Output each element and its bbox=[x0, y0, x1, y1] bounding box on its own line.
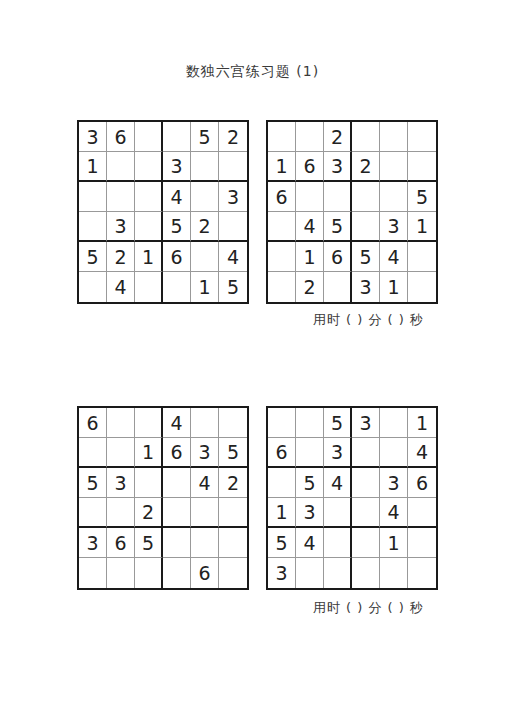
empty-cell-r1c2[interactable] bbox=[107, 408, 135, 438]
empty-cell-r3c4[interactable] bbox=[163, 468, 191, 498]
given-digit-r2c1: 1 bbox=[79, 152, 107, 182]
empty-cell-r3c5[interactable] bbox=[191, 182, 219, 212]
empty-cell-r1c6[interactable] bbox=[408, 122, 436, 152]
given-digit-r2c1: 6 bbox=[268, 438, 296, 468]
empty-cell-r2c2[interactable] bbox=[107, 438, 135, 468]
empty-cell-r1c4[interactable] bbox=[352, 122, 380, 152]
given-digit-r2c4: 2 bbox=[352, 152, 380, 182]
given-digit-r6c2: 2 bbox=[296, 272, 324, 302]
given-digit-r5c1: 5 bbox=[79, 242, 107, 272]
given-digit-r2c3: 1 bbox=[135, 438, 163, 468]
given-digit-r5c3: 5 bbox=[135, 528, 163, 558]
empty-cell-r1c2[interactable] bbox=[296, 122, 324, 152]
given-digit-r6c5: 1 bbox=[380, 272, 408, 302]
empty-cell-r4c4[interactable] bbox=[352, 498, 380, 528]
empty-cell-r6c6[interactable] bbox=[408, 272, 436, 302]
given-digit-r4c6: 1 bbox=[408, 212, 436, 242]
empty-cell-r2c2[interactable] bbox=[296, 438, 324, 468]
given-digit-r5c4: 5 bbox=[352, 242, 380, 272]
given-digit-r2c3: 3 bbox=[324, 438, 352, 468]
empty-cell-r6c4[interactable] bbox=[163, 558, 191, 588]
empty-cell-r6c2[interactable] bbox=[296, 558, 324, 588]
empty-cell-r1c3[interactable] bbox=[135, 122, 163, 152]
given-digit-r3c1: 6 bbox=[268, 182, 296, 212]
given-digit-r5c5: 1 bbox=[380, 528, 408, 558]
given-digit-r5c4: 6 bbox=[163, 242, 191, 272]
empty-cell-r2c6[interactable] bbox=[408, 152, 436, 182]
empty-cell-r3c4[interactable] bbox=[352, 468, 380, 498]
given-digit-r4c2: 3 bbox=[296, 498, 324, 528]
empty-cell-r4c3[interactable] bbox=[135, 212, 163, 242]
empty-cell-r3c1[interactable] bbox=[268, 468, 296, 498]
given-digit-r1c1: 6 bbox=[79, 408, 107, 438]
empty-cell-r6c6[interactable] bbox=[219, 558, 247, 588]
given-digit-r3c2: 3 bbox=[107, 468, 135, 498]
empty-cell-r3c5[interactable] bbox=[380, 182, 408, 212]
given-digit-r3c4: 4 bbox=[163, 182, 191, 212]
given-digit-r4c5: 4 bbox=[380, 498, 408, 528]
given-digit-r5c2: 1 bbox=[296, 242, 324, 272]
given-digit-r3c5: 4 bbox=[191, 468, 219, 498]
empty-cell-r6c1[interactable] bbox=[79, 272, 107, 302]
empty-cell-r6c3[interactable] bbox=[324, 558, 352, 588]
empty-cell-r6c4[interactable] bbox=[352, 558, 380, 588]
empty-cell-r4c2[interactable] bbox=[107, 498, 135, 528]
given-digit-r6c1: 3 bbox=[268, 558, 296, 588]
empty-cell-r4c6[interactable] bbox=[219, 212, 247, 242]
given-digit-r1c4: 3 bbox=[352, 408, 380, 438]
given-digit-r4c5: 2 bbox=[191, 212, 219, 242]
given-digit-r5c3: 6 bbox=[324, 242, 352, 272]
given-digit-r3c6: 6 bbox=[408, 468, 436, 498]
empty-cell-r2c1[interactable] bbox=[79, 438, 107, 468]
given-digit-r1c5: 5 bbox=[191, 122, 219, 152]
given-digit-r5c2: 6 bbox=[107, 528, 135, 558]
empty-cell-r4c1[interactable] bbox=[268, 212, 296, 242]
empty-cell-r5c6[interactable] bbox=[408, 242, 436, 272]
empty-cell-r3c3[interactable] bbox=[135, 468, 163, 498]
given-digit-r6c2: 4 bbox=[107, 272, 135, 302]
sudoku-grid-4: 53163454361345413 bbox=[266, 406, 438, 590]
empty-cell-r4c4[interactable] bbox=[163, 498, 191, 528]
given-digit-r2c1: 1 bbox=[268, 152, 296, 182]
given-digit-r2c2: 6 bbox=[296, 152, 324, 182]
given-digit-r5c1: 5 bbox=[268, 528, 296, 558]
empty-cell-r6c3[interactable] bbox=[324, 272, 352, 302]
given-digit-r5c1: 3 bbox=[79, 528, 107, 558]
empty-cell-r4c3[interactable] bbox=[324, 498, 352, 528]
sudoku-grid-1: 3652134335252164415 bbox=[77, 120, 249, 304]
empty-cell-r1c5[interactable] bbox=[380, 408, 408, 438]
empty-cell-r1c5[interactable] bbox=[380, 122, 408, 152]
given-digit-r3c3: 4 bbox=[324, 468, 352, 498]
given-digit-r5c5: 4 bbox=[380, 242, 408, 272]
empty-cell-r1c1[interactable] bbox=[268, 122, 296, 152]
empty-cell-r5c4[interactable] bbox=[352, 528, 380, 558]
empty-cell-r1c6[interactable] bbox=[219, 408, 247, 438]
empty-cell-r2c3[interactable] bbox=[135, 152, 163, 182]
given-digit-r2c4: 3 bbox=[163, 152, 191, 182]
empty-cell-r5c6[interactable] bbox=[408, 528, 436, 558]
given-digit-r1c3: 2 bbox=[324, 122, 352, 152]
given-digit-r1c4: 4 bbox=[163, 408, 191, 438]
empty-cell-r4c4[interactable] bbox=[352, 212, 380, 242]
time-used-label-bottom: 用时 ( ) 分 ( ) 秒 bbox=[266, 599, 438, 617]
empty-cell-r5c1[interactable] bbox=[268, 242, 296, 272]
empty-cell-r1c3[interactable] bbox=[135, 408, 163, 438]
given-digit-r2c5: 3 bbox=[191, 438, 219, 468]
given-digit-r4c3: 2 bbox=[135, 498, 163, 528]
empty-cell-r5c5[interactable] bbox=[191, 242, 219, 272]
given-digit-r4c1: 1 bbox=[268, 498, 296, 528]
given-digit-r6c5: 6 bbox=[191, 558, 219, 588]
given-digit-r2c6: 4 bbox=[408, 438, 436, 468]
given-digit-r4c5: 3 bbox=[380, 212, 408, 242]
empty-cell-r6c6[interactable] bbox=[408, 558, 436, 588]
given-digit-r5c2: 2 bbox=[107, 242, 135, 272]
given-digit-r5c3: 1 bbox=[135, 242, 163, 272]
empty-cell-r4c1[interactable] bbox=[79, 212, 107, 242]
empty-cell-r5c4[interactable] bbox=[163, 528, 191, 558]
given-digit-r3c1: 5 bbox=[79, 468, 107, 498]
empty-cell-r3c3[interactable] bbox=[135, 182, 163, 212]
given-digit-r3c6: 2 bbox=[219, 468, 247, 498]
empty-cell-r3c4[interactable] bbox=[352, 182, 380, 212]
given-digit-r4c3: 5 bbox=[324, 212, 352, 242]
given-digit-r3c6: 3 bbox=[219, 182, 247, 212]
given-digit-r3c6: 5 bbox=[408, 182, 436, 212]
empty-cell-r2c2[interactable] bbox=[107, 152, 135, 182]
empty-cell-r6c3[interactable] bbox=[135, 272, 163, 302]
given-digit-r5c6: 4 bbox=[219, 242, 247, 272]
given-digit-r1c6: 2 bbox=[219, 122, 247, 152]
sudoku-grid-2: 216326545311654231 bbox=[266, 120, 438, 304]
empty-cell-r6c3[interactable] bbox=[135, 558, 163, 588]
empty-cell-r4c1[interactable] bbox=[79, 498, 107, 528]
page-title: 数独六宫练习题 (1) bbox=[0, 63, 505, 81]
given-digit-r1c2: 6 bbox=[107, 122, 135, 152]
empty-cell-r3c2[interactable] bbox=[296, 182, 324, 212]
empty-cell-r3c1[interactable] bbox=[79, 182, 107, 212]
given-digit-r4c2: 3 bbox=[107, 212, 135, 242]
empty-cell-r6c2[interactable] bbox=[107, 558, 135, 588]
time-used-label-top: 用时 ( ) 分 ( ) 秒 bbox=[266, 311, 438, 329]
empty-cell-r4c6[interactable] bbox=[408, 498, 436, 528]
empty-cell-r2c5[interactable] bbox=[191, 152, 219, 182]
given-digit-r6c5: 1 bbox=[191, 272, 219, 302]
empty-cell-r6c5[interactable] bbox=[380, 558, 408, 588]
given-digit-r1c3: 5 bbox=[324, 408, 352, 438]
sudoku-grid-3: 641635534223656 bbox=[77, 406, 249, 590]
given-digit-r3c2: 5 bbox=[296, 468, 324, 498]
empty-cell-r5c5[interactable] bbox=[191, 528, 219, 558]
given-digit-r1c1: 3 bbox=[79, 122, 107, 152]
sudoku-worksheet-page: 数独六宫练习题 (1) 3652134335252164415 21632654… bbox=[0, 0, 505, 714]
empty-cell-r1c2[interactable] bbox=[296, 408, 324, 438]
empty-cell-r5c3[interactable] bbox=[324, 528, 352, 558]
empty-cell-r4c6[interactable] bbox=[219, 498, 247, 528]
empty-cell-r1c4[interactable] bbox=[163, 122, 191, 152]
empty-cell-r1c5[interactable] bbox=[191, 408, 219, 438]
empty-cell-r2c5[interactable] bbox=[380, 152, 408, 182]
empty-cell-r6c4[interactable] bbox=[163, 272, 191, 302]
given-digit-r6c4: 3 bbox=[352, 272, 380, 302]
empty-cell-r6c1[interactable] bbox=[268, 272, 296, 302]
given-digit-r2c6: 5 bbox=[219, 438, 247, 468]
empty-cell-r3c3[interactable] bbox=[324, 182, 352, 212]
empty-cell-r6c1[interactable] bbox=[79, 558, 107, 588]
given-digit-r5c2: 4 bbox=[296, 528, 324, 558]
given-digit-r6c6: 5 bbox=[219, 272, 247, 302]
given-digit-r2c4: 6 bbox=[163, 438, 191, 468]
given-digit-r4c2: 4 bbox=[296, 212, 324, 242]
given-digit-r4c4: 5 bbox=[163, 212, 191, 242]
given-digit-r3c5: 3 bbox=[380, 468, 408, 498]
empty-cell-r3c2[interactable] bbox=[107, 182, 135, 212]
empty-cell-r2c6[interactable] bbox=[219, 152, 247, 182]
given-digit-r2c3: 3 bbox=[324, 152, 352, 182]
empty-cell-r1c1[interactable] bbox=[268, 408, 296, 438]
empty-cell-r5c6[interactable] bbox=[219, 528, 247, 558]
given-digit-r1c6: 1 bbox=[408, 408, 436, 438]
empty-cell-r2c4[interactable] bbox=[352, 438, 380, 468]
empty-cell-r2c5[interactable] bbox=[380, 438, 408, 468]
empty-cell-r4c5[interactable] bbox=[191, 498, 219, 528]
